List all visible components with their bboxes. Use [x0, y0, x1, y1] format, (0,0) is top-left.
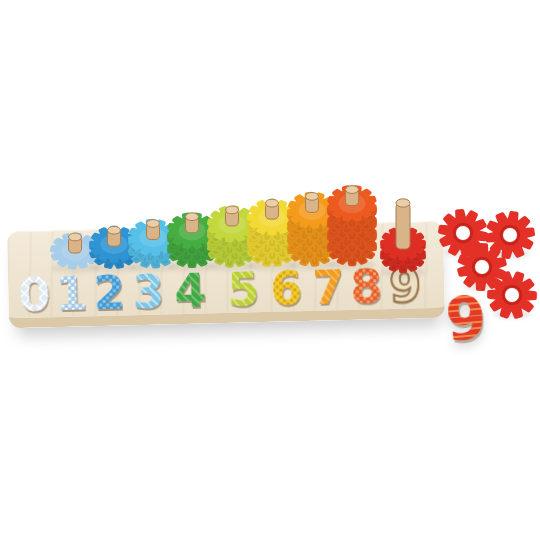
peg-6 [266, 199, 279, 219]
peg-8 [346, 186, 359, 206]
loose-number-piece-9[interactable]: 9 [443, 288, 488, 349]
peg-2 [108, 226, 121, 246]
peg-9 [396, 199, 410, 249]
gear-stack-9[interactable] [380, 199, 426, 277]
loose-red-gear-4[interactable] [489, 273, 535, 318]
gear-pieces-layer [0, 0, 540, 540]
peg-3 [147, 220, 160, 240]
peg-7 [306, 192, 319, 212]
product-photo-scene: 0123456789 9 [0, 0, 540, 540]
gear-stack-8[interactable] [328, 186, 376, 270]
peg-5 [226, 206, 239, 226]
peg-1 [69, 233, 82, 253]
peg-4 [186, 213, 199, 233]
